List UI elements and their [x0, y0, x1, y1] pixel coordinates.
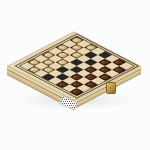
brass-latch-icon — [106, 82, 116, 94]
product-photo: ⛀⛀⛀⛀⛀⛀⛀⛀⛀⛀⛀⛀⛂⛂⛂⛂⛂⛂⛂⛂⛂⛂⛂⛂ — [0, 0, 150, 150]
